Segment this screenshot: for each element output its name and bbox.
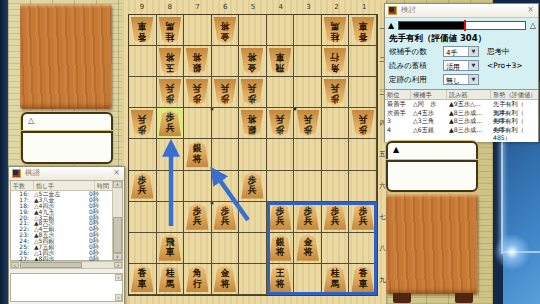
gote-eval-mark: △ [530, 21, 536, 31]
square-4-1[interactable] [267, 15, 295, 46]
kifu-close-button[interactable]: × [113, 168, 120, 177]
col-eval: 形勢（評価値） [491, 90, 538, 99]
analysis-window: 検討 × ▲ △ 先手有利（評価値 304） 候補手の数 4手 ▼ 思考中 読み… [384, 3, 539, 142]
square-9-8[interactable] [129, 233, 157, 264]
col-pv: 読み筋 [447, 90, 491, 99]
file-labels: 987654321 [128, 1, 378, 13]
stand-leg [455, 293, 473, 303]
piece-P-67[interactable]: 歩兵 [213, 203, 236, 230]
square-5-2[interactable]: 金将 [239, 46, 267, 77]
square-2-5[interactable] [322, 139, 350, 170]
sente-captured-tray[interactable] [386, 160, 478, 192]
square-9-6[interactable]: 歩兵 [129, 171, 157, 202]
hscroll-thumb[interactable] [20, 262, 82, 268]
gote-captured-tray[interactable] [21, 131, 113, 164]
control-joseki: 定跡の利用 無し ▼ [389, 74, 535, 86]
square-3-6[interactable] [294, 171, 322, 202]
eval-bar-marker [464, 20, 466, 31]
piece-P-27[interactable]: 歩兵 [324, 203, 347, 230]
square-7-9[interactable]: 角行 [184, 264, 212, 295]
square-9-7[interactable] [129, 202, 157, 233]
piece-N-89[interactable]: 桂馬 [158, 265, 181, 292]
candidates-dropdown[interactable]: 4手 ▼ [443, 46, 479, 57]
file-label: 2 [322, 1, 350, 13]
piece-N-29[interactable]: 桂馬 [324, 265, 347, 292]
kifu-titlebar[interactable]: 棋譜 × [9, 167, 124, 181]
eval-bar [398, 21, 526, 30]
accumulation-dropdown[interactable]: 活用 ▼ [443, 60, 479, 71]
square-1-5[interactable] [349, 139, 377, 170]
file-label: 8 [156, 1, 184, 13]
piece-L-91[interactable]: 香車 [131, 17, 154, 44]
file-label: 6 [211, 1, 239, 13]
piece-S-54[interactable]: 銀将 [241, 110, 264, 137]
square-8-7[interactable] [157, 202, 185, 233]
square-8-1[interactable]: 桂馬 [157, 15, 185, 46]
square-3-8[interactable]: 金将 [294, 233, 322, 264]
square-7-2[interactable]: 銀将 [184, 46, 212, 77]
joseki-value: 無し [446, 76, 460, 86]
engine-label: <Pro+3> [487, 61, 523, 70]
square-9-3[interactable] [129, 77, 157, 108]
square-6-1[interactable]: 金将 [212, 15, 240, 46]
square-8-9[interactable]: 桂馬 [157, 264, 185, 295]
col-candidate: 候補手 [411, 90, 447, 99]
square-8-6[interactable] [157, 171, 185, 202]
square-6-4[interactable] [212, 108, 240, 139]
board-panel: 987654321 香車桂馬金将桂馬香車玉将銀将金将飛車角行歩兵歩兵歩兵歩兵歩兵… [122, 0, 386, 304]
piece-P-14[interactable]: 歩兵 [351, 110, 374, 137]
candidate-row[interactable]: 最善手△同 歩▲9五歩△...先手有利（ 304） [385, 100, 538, 109]
square-3-1[interactable] [294, 15, 322, 46]
file-label: 4 [267, 1, 295, 13]
stand-leg [393, 293, 411, 303]
kifu-window-title: 棋譜 [25, 168, 40, 178]
square-9-5[interactable] [129, 139, 157, 170]
square-4-9[interactable]: 王将 [267, 264, 295, 295]
square-5-9[interactable] [239, 264, 267, 295]
piece-N-21[interactable]: 桂馬 [324, 17, 347, 44]
square-4-2[interactable]: 飛車 [267, 46, 295, 77]
square-6-9[interactable]: 金将 [212, 264, 240, 295]
square-1-6[interactable] [349, 171, 377, 202]
square-4-5[interactable] [267, 139, 295, 170]
square-1-1[interactable]: 香車 [349, 15, 377, 46]
square-9-1[interactable]: 香車 [129, 15, 157, 46]
scroll-right-button[interactable]: > [114, 262, 122, 268]
piece-P-34[interactable]: 歩兵 [296, 110, 319, 137]
piece-S-72[interactable]: 銀将 [186, 48, 209, 75]
square-7-6[interactable] [184, 171, 212, 202]
file-label: 1 [350, 1, 378, 13]
square-7-3[interactable]: 歩兵 [184, 77, 212, 108]
square-3-2[interactable] [294, 46, 322, 77]
control-candidates: 候補手の数 4手 ▼ 思考中 [389, 46, 535, 58]
piece-P-63[interactable]: 歩兵 [213, 79, 236, 106]
board-grid: 香車桂馬金将桂馬香車玉将銀将金将飛車角行歩兵歩兵歩兵歩兵歩兵歩兵歩兵銀将歩兵歩兵… [128, 14, 378, 296]
piece-B-22[interactable]: 角行 [324, 48, 347, 75]
scroll-left-button[interactable]: < [11, 262, 19, 268]
piece-G-38[interactable]: 金将 [296, 234, 319, 261]
square-7-8[interactable] [184, 233, 212, 264]
eval-bar-fill [399, 22, 465, 29]
candidate-row[interactable]: 3△3三角▲8三歩成...先手有利（ 445） [385, 117, 538, 126]
col-move: 指し手 [34, 181, 95, 190]
square-5-4[interactable]: 銀将 [239, 108, 267, 139]
piece-K-82[interactable]: 玉将 [158, 48, 181, 75]
dropdown-arrow-icon[interactable]: ▼ [468, 47, 478, 56]
square-3-4[interactable]: 歩兵 [294, 108, 322, 139]
scroll-up-button[interactable]: ∧ [113, 181, 122, 188]
kifu-window-icon [12, 169, 21, 178]
square-5-6[interactable]: 歩兵 [239, 171, 267, 202]
analysis-close-button[interactable]: × [527, 5, 534, 14]
piece-R-88[interactable]: 飛車 [158, 234, 181, 261]
piece-P-96[interactable]: 歩兵 [131, 172, 154, 199]
square-5-8[interactable] [239, 233, 267, 264]
move-rows: 16:△5二金左0秒17:▲3八金0秒18:△4四歩0秒19:▲4九玉0秒20:… [11, 191, 122, 262]
comment-scroll-up[interactable]: ∧ [115, 274, 122, 281]
square-8-4[interactable]: 歩兵 [157, 108, 185, 139]
piece-G-69[interactable]: 金将 [213, 265, 236, 292]
square-8-2[interactable]: 玉将 [157, 46, 185, 77]
square-9-9[interactable]: 香車 [129, 264, 157, 295]
piece-P-53[interactable]: 歩兵 [241, 79, 264, 106]
square-6-6[interactable] [212, 171, 240, 202]
eval-bar-row: ▲ △ [385, 20, 538, 31]
square-5-7[interactable] [239, 202, 267, 233]
piece-P-73[interactable]: 歩兵 [186, 79, 209, 106]
square-1-4[interactable]: 歩兵 [349, 108, 377, 139]
square-9-2[interactable] [129, 46, 157, 77]
candidate-table-header: 順位 候補手 読み筋 形勢（評価値） [385, 90, 538, 100]
piece-R-42[interactable]: 飛車 [269, 48, 292, 75]
square-2-8[interactable] [322, 233, 350, 264]
vscroll-thumb[interactable] [113, 217, 122, 253]
square-2-7[interactable]: 歩兵 [322, 202, 350, 233]
square-1-3[interactable] [349, 77, 377, 108]
square-2-2[interactable]: 角行 [322, 46, 350, 77]
piece-P-56[interactable]: 歩兵 [241, 172, 264, 199]
square-6-5[interactable] [212, 139, 240, 170]
col-rank: 順位 [385, 90, 411, 99]
piece-L-19[interactable]: 香車 [351, 265, 374, 292]
square-1-9[interactable]: 香車 [349, 264, 377, 295]
square-2-6[interactable] [322, 171, 350, 202]
square-6-2[interactable] [212, 46, 240, 77]
square-4-4[interactable]: 歩兵 [267, 108, 295, 139]
square-6-7[interactable]: 歩兵 [212, 202, 240, 233]
analysis-titlebar[interactable]: 検討 × [385, 4, 538, 18]
piece-P-47[interactable]: 歩兵 [269, 203, 292, 230]
square-3-5[interactable] [294, 139, 322, 170]
candidates-value: 4手 [446, 48, 457, 58]
piece-P-83[interactable]: 歩兵 [158, 79, 181, 106]
control-accumulation: 読みの蓄積 活用 ▼ <Pro+3> [389, 60, 535, 72]
sente-piece-stand [386, 194, 478, 294]
piece-P-23[interactable]: 歩兵 [324, 79, 347, 106]
piece-P-84[interactable]: 歩兵 [158, 110, 181, 137]
square-2-1[interactable]: 桂馬 [322, 15, 350, 46]
piece-G-52[interactable]: 金将 [241, 48, 264, 75]
square-1-8[interactable] [349, 233, 377, 264]
candidates-label: 候補手の数 [389, 47, 427, 57]
piece-L-99[interactable]: 香車 [131, 265, 154, 292]
piece-S-75[interactable]: 銀将 [186, 141, 209, 168]
square-7-1[interactable] [184, 15, 212, 46]
gote-side-mark: △ [28, 117, 34, 125]
joseki-label: 定跡の利用 [389, 75, 427, 85]
square-9-4[interactable]: 歩兵 [129, 108, 157, 139]
square-7-5[interactable]: 銀将 [184, 139, 212, 170]
desktop-edge-left [0, 0, 8, 304]
square-1-7[interactable]: 歩兵 [349, 202, 377, 233]
comment-box[interactable]: ∧ ∨ [10, 273, 123, 302]
thinking-status: 思考中 [487, 47, 510, 57]
square-7-7[interactable]: 歩兵 [184, 202, 212, 233]
piece-P-17[interactable]: 歩兵 [351, 203, 374, 230]
piece-N-81[interactable]: 桂馬 [158, 17, 181, 44]
kifu-window: 棋譜 × 手数 指し手 時間 16:△5二金左0秒17:▲3八金0秒18:△4四… [8, 166, 125, 304]
candidate-row[interactable]: 4△6五銀▲8三歩成...先手有利（ 485） [385, 126, 538, 135]
piece-B-79[interactable]: 角行 [186, 265, 209, 292]
square-2-4[interactable] [322, 108, 350, 139]
col-move-number: 手数 [11, 181, 34, 190]
square-6-8[interactable] [212, 233, 240, 264]
file-label: 7 [184, 1, 212, 13]
sente-captured-tray-header[interactable]: ▲ [386, 141, 478, 162]
square-5-3[interactable]: 歩兵 [239, 77, 267, 108]
piece-P-94[interactable]: 歩兵 [131, 110, 154, 137]
joseki-dropdown[interactable]: 無し ▼ [443, 74, 479, 85]
square-4-3[interactable] [267, 77, 295, 108]
square-3-3[interactable] [294, 77, 322, 108]
move-list-vscrollbar[interactable]: ∧ ∨ [112, 181, 122, 260]
shogi-app-window: △ 987654321 香車桂馬金将桂馬香車玉将銀将金将飛車角行歩兵歩兵歩兵歩兵… [0, 0, 540, 304]
col-time: 時間 [95, 181, 113, 190]
square-8-8[interactable]: 飛車 [157, 233, 185, 264]
candidate-row[interactable]: 次善手△4五歩▲8三歩成...先手有利（ 445） [385, 109, 538, 118]
dropdown-arrow-icon[interactable]: ▼ [468, 75, 478, 84]
piece-K-49[interactable]: 王将 [269, 265, 292, 292]
square-4-7[interactable]: 歩兵 [267, 202, 295, 233]
square-6-3[interactable]: 歩兵 [212, 77, 240, 108]
piece-G-61[interactable]: 金将 [213, 17, 236, 44]
piece-L-11[interactable]: 香車 [351, 17, 374, 44]
square-3-9[interactable] [294, 264, 322, 295]
dropdown-arrow-icon[interactable]: ▼ [468, 61, 478, 70]
square-8-5[interactable] [157, 139, 185, 170]
square-4-6[interactable] [267, 171, 295, 202]
analysis-window-icon [388, 6, 397, 15]
square-7-4[interactable] [184, 108, 212, 139]
move-list-hscrollbar[interactable]: < > [10, 261, 123, 269]
comment-scroll-down[interactable]: ∨ [115, 294, 122, 301]
candidate-table[interactable]: 順位 候補手 読み筋 形勢（評価値） 最善手△同 歩▲9五歩△...先手有利（ … [385, 89, 538, 142]
square-4-8[interactable]: 銀将 [267, 233, 295, 264]
square-5-5[interactable] [239, 139, 267, 170]
square-2-9[interactable]: 桂馬 [322, 264, 350, 295]
gote-piece-stand [20, 4, 112, 109]
square-8-3[interactable]: 歩兵 [157, 77, 185, 108]
accumulation-value: 活用 [446, 62, 460, 72]
file-label: 5 [239, 1, 267, 13]
square-2-3[interactable]: 歩兵 [322, 77, 350, 108]
piece-P-44[interactable]: 歩兵 [269, 110, 292, 137]
sente-side-mark: ▲ [393, 146, 399, 154]
eval-summary: 先手有利（評価値 304） [389, 33, 486, 45]
square-3-7[interactable]: 歩兵 [294, 202, 322, 233]
square-5-1[interactable] [239, 15, 267, 46]
piece-S-48[interactable]: 銀将 [269, 234, 292, 261]
candidate-rows: 最善手△同 歩▲9五歩△...先手有利（ 304）次善手△4五歩▲8三歩成...… [385, 100, 538, 134]
file-label: 3 [295, 1, 323, 13]
move-list[interactable]: 手数 指し手 時間 16:△5二金左0秒17:▲3八金0秒18:△4四歩0秒19… [10, 180, 123, 261]
sente-eval-mark: ▲ [388, 21, 394, 31]
analysis-window-title: 検討 [401, 5, 416, 15]
scroll-down-button[interactable]: ∨ [113, 253, 122, 260]
piece-P-37[interactable]: 歩兵 [296, 203, 319, 230]
file-label: 9 [128, 1, 156, 13]
wallpaper-glow [493, 232, 532, 272]
gote-captured-tray-header[interactable]: △ [21, 112, 113, 133]
accumulation-label: 読みの蓄積 [389, 61, 427, 71]
piece-P-77[interactable]: 歩兵 [186, 203, 209, 230]
square-1-2[interactable] [349, 46, 377, 77]
